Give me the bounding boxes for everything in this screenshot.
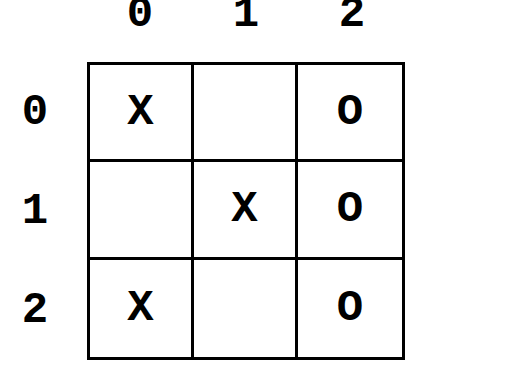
cell-2-0[interactable]: X [90, 260, 194, 357]
cell-2-1[interactable] [194, 260, 298, 357]
col-label-1: 1 [193, 0, 299, 33]
col-label-2: 2 [299, 0, 405, 33]
cell-0-0[interactable]: X [90, 65, 194, 162]
board: X O X O X O [87, 62, 405, 360]
tic-tac-toe-diagram: 0 1 2 0 1 2 X O X O X O [0, 0, 520, 390]
cell-0-1[interactable] [194, 65, 298, 162]
row-label-2: 2 [0, 260, 70, 360]
cell-2-2[interactable]: O [298, 260, 402, 357]
cell-0-2[interactable]: O [298, 65, 402, 162]
col-label-0: 0 [87, 0, 193, 33]
cell-1-0[interactable] [90, 162, 194, 259]
cell-1-2[interactable]: O [298, 162, 402, 259]
row-label-1: 1 [0, 161, 70, 261]
cell-1-1[interactable]: X [194, 162, 298, 259]
row-label-0: 0 [0, 62, 70, 162]
